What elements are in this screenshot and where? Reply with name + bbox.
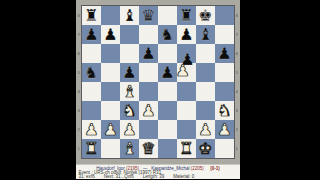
next-move: Next: 31...Qxf6 — [104, 174, 134, 179]
material-balance: Material: 0 — [173, 174, 194, 179]
video-frame: abcdefgh abcdefgh 87654321 87654321 ♜♝♛♜… — [0, 0, 320, 180]
board-square-e5 — [158, 63, 177, 82]
rank-label-6: 6 — [236, 52, 238, 55]
current-move: 31: exf6 — [79, 174, 95, 179]
board-square-d6 — [139, 44, 158, 63]
chess-panel: abcdefgh abcdefgh 87654321 87654321 ♜♝♛♜… — [76, 0, 240, 178]
rank-label-2: 2 — [78, 128, 80, 131]
board-square-e3 — [158, 101, 177, 120]
board-square-h5 — [215, 63, 234, 82]
board-square-c8 — [120, 6, 139, 25]
rank-label-7: 7 — [78, 33, 80, 36]
caption-panel: Hausdorf_Igor (2195) — Kasparidze_Michal… — [76, 164, 240, 179]
board-square-b2 — [101, 120, 120, 139]
board-square-b7 — [101, 25, 120, 44]
rank-label-cell: 4 — [234, 82, 240, 101]
board-square-d4 — [139, 82, 158, 101]
rank-label-8: 8 — [236, 14, 238, 17]
rank-label-cell: 2 — [234, 120, 240, 139]
board-square-d1 — [139, 139, 158, 158]
board-square-e8 — [158, 6, 177, 25]
board-square-f4 — [177, 82, 196, 101]
rank-label-5: 5 — [78, 71, 80, 74]
board-square-c2 — [120, 120, 139, 139]
rank-label-4: 4 — [236, 90, 238, 93]
board-square-g6 — [196, 44, 215, 63]
rank-label-cell: 8 — [234, 6, 240, 25]
board-square-h8 — [215, 6, 234, 25]
board-square-e7 — [158, 25, 177, 44]
rank-label-cell: 6 — [234, 44, 240, 63]
rank-label-3: 3 — [236, 109, 238, 112]
rank-label-1: 1 — [236, 147, 238, 150]
board-square-a3 — [82, 101, 101, 120]
status-line: 31: exf6 Next: 31...Qxf6 Length: 39 Mate… — [76, 174, 242, 179]
board-square-e6 — [158, 44, 177, 63]
board-square-g8 — [196, 6, 215, 25]
board-square-c1 — [120, 139, 139, 158]
board-square-f3 — [177, 101, 196, 120]
board-square-e1 — [158, 139, 177, 158]
rank-label-4: 4 — [78, 90, 80, 93]
rank-label-7: 7 — [236, 33, 238, 36]
game-length: Length: 39 — [143, 174, 164, 179]
board-square-e2 — [158, 120, 177, 139]
board-square-f2 — [177, 120, 196, 139]
rank-label-cell: 7 — [234, 25, 240, 44]
rank-label-2: 2 — [236, 128, 238, 131]
board-square-h1 — [215, 139, 234, 158]
board-square-f1 — [177, 139, 196, 158]
rank-label-cell: 5 — [234, 63, 240, 82]
board-square-g2 — [196, 120, 215, 139]
board-square-b1 — [101, 139, 120, 158]
board-square-h6 — [215, 44, 234, 63]
board-square-g4 — [196, 82, 215, 101]
board-square-c4 — [120, 82, 139, 101]
board-square-a1 — [82, 139, 101, 158]
board-square-d2 — [139, 120, 158, 139]
board-square-g7 — [196, 25, 215, 44]
board-square-f8 — [177, 6, 196, 25]
board-square-h7 — [215, 25, 234, 44]
rank-label-cell: 1 — [234, 139, 240, 158]
board-square-b5 — [101, 63, 120, 82]
board-square-c3 — [120, 101, 139, 120]
board-square-d5 — [139, 63, 158, 82]
rank-label-5: 5 — [236, 71, 238, 74]
rank-labels-right: 87654321 — [234, 6, 240, 158]
board-square-a7 — [82, 25, 101, 44]
board-square-b4 — [101, 82, 120, 101]
board-square-f6 — [177, 44, 196, 63]
board-square-h3 — [215, 101, 234, 120]
board-square-g1 — [196, 139, 215, 158]
board-square-a6 — [82, 44, 101, 63]
board-square-a5 — [82, 63, 101, 82]
board-square-d7 — [139, 25, 158, 44]
board-square-g3 — [196, 101, 215, 120]
rank-label-6: 6 — [78, 52, 80, 55]
rank-label-cell: 3 — [234, 101, 240, 120]
board-square-d8 — [139, 6, 158, 25]
board-square-g5 — [196, 63, 215, 82]
board-square-h4 — [215, 82, 234, 101]
chess-board: ♜♝♛♜♚♟♟♞♟♝♟♟♟♞♟♟♟♝♞♟♞♟♟♟♟♟♜♝♛♜♚ — [82, 6, 234, 158]
board-square-a4 — [82, 82, 101, 101]
board-square-c6 — [120, 44, 139, 63]
board-square-a2 — [82, 120, 101, 139]
board-square-h2 — [215, 120, 234, 139]
board-square-e4 — [158, 82, 177, 101]
board-square-c5 — [120, 63, 139, 82]
board-square-f7 — [177, 25, 196, 44]
board-square-b3 — [101, 101, 120, 120]
board-square-a8 — [82, 6, 101, 25]
board-square-b8 — [101, 6, 120, 25]
rank-label-8: 8 — [78, 14, 80, 17]
board-square-c7 — [120, 25, 139, 44]
rank-label-3: 3 — [78, 109, 80, 112]
board-square-b6 — [101, 44, 120, 63]
board-square-f5 — [177, 63, 196, 82]
rank-label-1: 1 — [78, 147, 80, 150]
board-square-d3 — [139, 101, 158, 120]
